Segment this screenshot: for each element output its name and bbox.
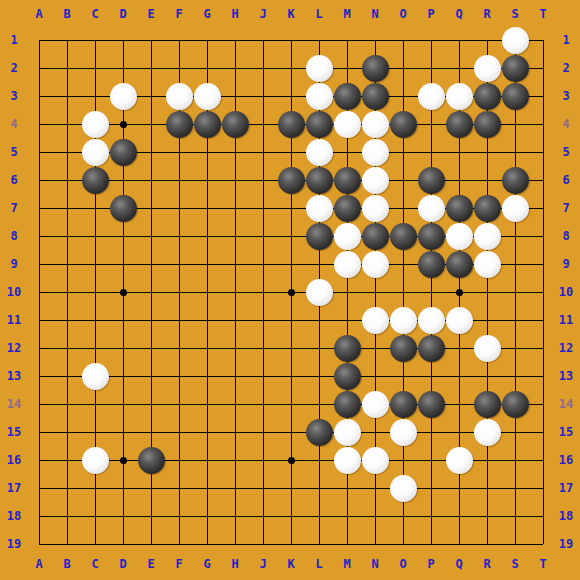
intersection-L7[interactable] bbox=[305, 194, 333, 222]
intersection-E16[interactable] bbox=[137, 446, 165, 474]
intersection-G15[interactable] bbox=[193, 418, 221, 446]
intersection-C3[interactable] bbox=[81, 82, 109, 110]
intersection-C7[interactable] bbox=[81, 194, 109, 222]
intersection-L18[interactable] bbox=[305, 502, 333, 530]
intersection-A10[interactable] bbox=[25, 278, 53, 306]
intersection-P7[interactable] bbox=[417, 194, 445, 222]
intersection-Q8[interactable] bbox=[445, 222, 473, 250]
intersection-H8[interactable] bbox=[221, 222, 249, 250]
intersection-P4[interactable] bbox=[417, 110, 445, 138]
intersection-K10[interactable] bbox=[277, 278, 305, 306]
intersection-M18[interactable] bbox=[333, 502, 361, 530]
intersection-F12[interactable] bbox=[165, 334, 193, 362]
intersection-S13[interactable] bbox=[501, 362, 529, 390]
intersection-B3[interactable] bbox=[53, 82, 81, 110]
intersection-B2[interactable] bbox=[53, 54, 81, 82]
intersection-H16[interactable] bbox=[221, 446, 249, 474]
intersection-R12[interactable] bbox=[473, 334, 501, 362]
intersection-M6[interactable] bbox=[333, 166, 361, 194]
intersection-Q7[interactable] bbox=[445, 194, 473, 222]
intersection-P19[interactable] bbox=[417, 530, 445, 558]
intersection-R4[interactable] bbox=[473, 110, 501, 138]
intersection-B6[interactable] bbox=[53, 166, 81, 194]
intersection-E13[interactable] bbox=[137, 362, 165, 390]
intersection-F1[interactable] bbox=[165, 26, 193, 54]
intersection-P8[interactable] bbox=[417, 222, 445, 250]
intersection-M5[interactable] bbox=[333, 138, 361, 166]
intersection-B7[interactable] bbox=[53, 194, 81, 222]
intersection-S14[interactable] bbox=[501, 390, 529, 418]
intersection-P16[interactable] bbox=[417, 446, 445, 474]
intersection-M16[interactable] bbox=[333, 446, 361, 474]
intersection-G1[interactable] bbox=[193, 26, 221, 54]
intersection-B12[interactable] bbox=[53, 334, 81, 362]
intersection-R9[interactable] bbox=[473, 250, 501, 278]
intersection-J8[interactable] bbox=[249, 222, 277, 250]
intersection-Q10[interactable] bbox=[445, 278, 473, 306]
intersection-H3[interactable] bbox=[221, 82, 249, 110]
intersection-E10[interactable] bbox=[137, 278, 165, 306]
intersection-T4[interactable] bbox=[529, 110, 557, 138]
intersection-K2[interactable] bbox=[277, 54, 305, 82]
intersection-A14[interactable] bbox=[25, 390, 53, 418]
intersection-L5[interactable] bbox=[305, 138, 333, 166]
intersection-K13[interactable] bbox=[277, 362, 305, 390]
intersection-E19[interactable] bbox=[137, 530, 165, 558]
intersection-A7[interactable] bbox=[25, 194, 53, 222]
intersection-N13[interactable] bbox=[361, 362, 389, 390]
intersection-N10[interactable] bbox=[361, 278, 389, 306]
intersection-Q6[interactable] bbox=[445, 166, 473, 194]
intersection-N1[interactable] bbox=[361, 26, 389, 54]
intersection-L10[interactable] bbox=[305, 278, 333, 306]
intersection-B16[interactable] bbox=[53, 446, 81, 474]
intersection-E6[interactable] bbox=[137, 166, 165, 194]
intersection-G10[interactable] bbox=[193, 278, 221, 306]
intersection-T8[interactable] bbox=[529, 222, 557, 250]
intersection-O2[interactable] bbox=[389, 54, 417, 82]
intersection-H14[interactable] bbox=[221, 390, 249, 418]
intersection-P10[interactable] bbox=[417, 278, 445, 306]
intersection-O8[interactable] bbox=[389, 222, 417, 250]
intersection-B10[interactable] bbox=[53, 278, 81, 306]
intersection-N11[interactable] bbox=[361, 306, 389, 334]
intersection-R13[interactable] bbox=[473, 362, 501, 390]
intersection-T12[interactable] bbox=[529, 334, 557, 362]
intersection-L9[interactable] bbox=[305, 250, 333, 278]
intersection-O5[interactable] bbox=[389, 138, 417, 166]
intersection-P14[interactable] bbox=[417, 390, 445, 418]
intersection-D11[interactable] bbox=[109, 306, 137, 334]
intersection-J2[interactable] bbox=[249, 54, 277, 82]
intersection-B17[interactable] bbox=[53, 474, 81, 502]
intersection-O11[interactable] bbox=[389, 306, 417, 334]
intersection-S18[interactable] bbox=[501, 502, 529, 530]
intersection-N9[interactable] bbox=[361, 250, 389, 278]
intersection-T13[interactable] bbox=[529, 362, 557, 390]
intersection-O4[interactable] bbox=[389, 110, 417, 138]
intersection-M15[interactable] bbox=[333, 418, 361, 446]
intersection-A13[interactable] bbox=[25, 362, 53, 390]
intersection-F6[interactable] bbox=[165, 166, 193, 194]
intersection-J16[interactable] bbox=[249, 446, 277, 474]
intersection-N19[interactable] bbox=[361, 530, 389, 558]
intersection-E15[interactable] bbox=[137, 418, 165, 446]
intersection-E1[interactable] bbox=[137, 26, 165, 54]
intersection-F3[interactable] bbox=[165, 82, 193, 110]
intersection-F2[interactable] bbox=[165, 54, 193, 82]
intersection-Q17[interactable] bbox=[445, 474, 473, 502]
intersection-T15[interactable] bbox=[529, 418, 557, 446]
intersection-R15[interactable] bbox=[473, 418, 501, 446]
intersection-M14[interactable] bbox=[333, 390, 361, 418]
intersection-J10[interactable] bbox=[249, 278, 277, 306]
intersection-G11[interactable] bbox=[193, 306, 221, 334]
intersection-J3[interactable] bbox=[249, 82, 277, 110]
intersection-J11[interactable] bbox=[249, 306, 277, 334]
intersection-L3[interactable] bbox=[305, 82, 333, 110]
intersection-F14[interactable] bbox=[165, 390, 193, 418]
intersection-R7[interactable] bbox=[473, 194, 501, 222]
intersection-G12[interactable] bbox=[193, 334, 221, 362]
intersection-J15[interactable] bbox=[249, 418, 277, 446]
intersection-P2[interactable] bbox=[417, 54, 445, 82]
intersection-S10[interactable] bbox=[501, 278, 529, 306]
intersection-P15[interactable] bbox=[417, 418, 445, 446]
intersection-L12[interactable] bbox=[305, 334, 333, 362]
intersection-A8[interactable] bbox=[25, 222, 53, 250]
intersection-H9[interactable] bbox=[221, 250, 249, 278]
intersection-Q15[interactable] bbox=[445, 418, 473, 446]
intersection-T9[interactable] bbox=[529, 250, 557, 278]
intersection-T14[interactable] bbox=[529, 390, 557, 418]
intersection-E17[interactable] bbox=[137, 474, 165, 502]
intersection-J19[interactable] bbox=[249, 530, 277, 558]
intersection-E7[interactable] bbox=[137, 194, 165, 222]
intersection-C9[interactable] bbox=[81, 250, 109, 278]
intersection-S15[interactable] bbox=[501, 418, 529, 446]
intersection-P17[interactable] bbox=[417, 474, 445, 502]
intersection-R2[interactable] bbox=[473, 54, 501, 82]
intersection-Q4[interactable] bbox=[445, 110, 473, 138]
intersection-R16[interactable] bbox=[473, 446, 501, 474]
intersection-G18[interactable] bbox=[193, 502, 221, 530]
intersection-Q1[interactable] bbox=[445, 26, 473, 54]
intersection-K15[interactable] bbox=[277, 418, 305, 446]
intersection-S2[interactable] bbox=[501, 54, 529, 82]
intersection-N16[interactable] bbox=[361, 446, 389, 474]
intersection-K7[interactable] bbox=[277, 194, 305, 222]
intersection-R11[interactable] bbox=[473, 306, 501, 334]
intersection-G16[interactable] bbox=[193, 446, 221, 474]
intersection-F10[interactable] bbox=[165, 278, 193, 306]
intersection-H6[interactable] bbox=[221, 166, 249, 194]
intersection-O15[interactable] bbox=[389, 418, 417, 446]
intersection-H13[interactable] bbox=[221, 362, 249, 390]
intersection-O6[interactable] bbox=[389, 166, 417, 194]
intersection-A11[interactable] bbox=[25, 306, 53, 334]
intersection-N17[interactable] bbox=[361, 474, 389, 502]
intersection-G19[interactable] bbox=[193, 530, 221, 558]
intersection-D2[interactable] bbox=[109, 54, 137, 82]
intersection-D9[interactable] bbox=[109, 250, 137, 278]
intersection-T11[interactable] bbox=[529, 306, 557, 334]
intersection-N3[interactable] bbox=[361, 82, 389, 110]
intersection-E8[interactable] bbox=[137, 222, 165, 250]
intersection-D10[interactable] bbox=[109, 278, 137, 306]
intersection-K18[interactable] bbox=[277, 502, 305, 530]
intersection-H10[interactable] bbox=[221, 278, 249, 306]
intersection-G4[interactable] bbox=[193, 110, 221, 138]
intersection-O12[interactable] bbox=[389, 334, 417, 362]
intersection-E2[interactable] bbox=[137, 54, 165, 82]
intersection-O10[interactable] bbox=[389, 278, 417, 306]
intersection-K3[interactable] bbox=[277, 82, 305, 110]
intersection-N14[interactable] bbox=[361, 390, 389, 418]
intersection-L13[interactable] bbox=[305, 362, 333, 390]
intersection-H17[interactable] bbox=[221, 474, 249, 502]
intersection-K6[interactable] bbox=[277, 166, 305, 194]
intersection-L6[interactable] bbox=[305, 166, 333, 194]
intersection-E4[interactable] bbox=[137, 110, 165, 138]
intersection-T16[interactable] bbox=[529, 446, 557, 474]
intersection-H15[interactable] bbox=[221, 418, 249, 446]
intersection-C1[interactable] bbox=[81, 26, 109, 54]
intersection-C2[interactable] bbox=[81, 54, 109, 82]
intersection-C4[interactable] bbox=[81, 110, 109, 138]
intersection-K12[interactable] bbox=[277, 334, 305, 362]
intersection-G13[interactable] bbox=[193, 362, 221, 390]
intersection-S17[interactable] bbox=[501, 474, 529, 502]
intersection-R1[interactable] bbox=[473, 26, 501, 54]
intersection-F5[interactable] bbox=[165, 138, 193, 166]
intersection-S19[interactable] bbox=[501, 530, 529, 558]
intersection-R14[interactable] bbox=[473, 390, 501, 418]
intersection-S4[interactable] bbox=[501, 110, 529, 138]
intersection-P6[interactable] bbox=[417, 166, 445, 194]
intersection-O16[interactable] bbox=[389, 446, 417, 474]
intersection-E3[interactable] bbox=[137, 82, 165, 110]
intersection-B15[interactable] bbox=[53, 418, 81, 446]
intersection-B8[interactable] bbox=[53, 222, 81, 250]
intersection-R10[interactable] bbox=[473, 278, 501, 306]
intersection-F4[interactable] bbox=[165, 110, 193, 138]
intersection-T1[interactable] bbox=[529, 26, 557, 54]
intersection-G7[interactable] bbox=[193, 194, 221, 222]
intersection-A3[interactable] bbox=[25, 82, 53, 110]
intersection-H19[interactable] bbox=[221, 530, 249, 558]
intersection-R19[interactable] bbox=[473, 530, 501, 558]
intersection-S6[interactable] bbox=[501, 166, 529, 194]
intersection-C12[interactable] bbox=[81, 334, 109, 362]
intersection-C16[interactable] bbox=[81, 446, 109, 474]
intersection-D15[interactable] bbox=[109, 418, 137, 446]
intersection-A2[interactable] bbox=[25, 54, 53, 82]
intersection-P5[interactable] bbox=[417, 138, 445, 166]
intersection-S5[interactable] bbox=[501, 138, 529, 166]
intersection-N6[interactable] bbox=[361, 166, 389, 194]
intersection-G14[interactable] bbox=[193, 390, 221, 418]
intersection-Q18[interactable] bbox=[445, 502, 473, 530]
intersection-F7[interactable] bbox=[165, 194, 193, 222]
intersection-F16[interactable] bbox=[165, 446, 193, 474]
intersection-D1[interactable] bbox=[109, 26, 137, 54]
intersection-L15[interactable] bbox=[305, 418, 333, 446]
intersection-K4[interactable] bbox=[277, 110, 305, 138]
intersection-A1[interactable] bbox=[25, 26, 53, 54]
intersection-B9[interactable] bbox=[53, 250, 81, 278]
intersection-D5[interactable] bbox=[109, 138, 137, 166]
intersection-D4[interactable] bbox=[109, 110, 137, 138]
intersection-L19[interactable] bbox=[305, 530, 333, 558]
intersection-D17[interactable] bbox=[109, 474, 137, 502]
intersection-M1[interactable] bbox=[333, 26, 361, 54]
intersection-K16[interactable] bbox=[277, 446, 305, 474]
intersection-A15[interactable] bbox=[25, 418, 53, 446]
intersection-M4[interactable] bbox=[333, 110, 361, 138]
intersection-F19[interactable] bbox=[165, 530, 193, 558]
intersection-P9[interactable] bbox=[417, 250, 445, 278]
intersection-S11[interactable] bbox=[501, 306, 529, 334]
intersection-N7[interactable] bbox=[361, 194, 389, 222]
intersection-C15[interactable] bbox=[81, 418, 109, 446]
intersection-M10[interactable] bbox=[333, 278, 361, 306]
intersection-M9[interactable] bbox=[333, 250, 361, 278]
intersection-L14[interactable] bbox=[305, 390, 333, 418]
intersection-C14[interactable] bbox=[81, 390, 109, 418]
intersection-J18[interactable] bbox=[249, 502, 277, 530]
intersection-L17[interactable] bbox=[305, 474, 333, 502]
intersection-C10[interactable] bbox=[81, 278, 109, 306]
intersection-A5[interactable] bbox=[25, 138, 53, 166]
intersection-S9[interactable] bbox=[501, 250, 529, 278]
intersection-O14[interactable] bbox=[389, 390, 417, 418]
intersection-A9[interactable] bbox=[25, 250, 53, 278]
intersection-H4[interactable] bbox=[221, 110, 249, 138]
intersection-T5[interactable] bbox=[529, 138, 557, 166]
intersection-B13[interactable] bbox=[53, 362, 81, 390]
intersection-H11[interactable] bbox=[221, 306, 249, 334]
intersection-P18[interactable] bbox=[417, 502, 445, 530]
intersection-H7[interactable] bbox=[221, 194, 249, 222]
intersection-K5[interactable] bbox=[277, 138, 305, 166]
intersection-G3[interactable] bbox=[193, 82, 221, 110]
intersection-N18[interactable] bbox=[361, 502, 389, 530]
intersection-R17[interactable] bbox=[473, 474, 501, 502]
intersection-D16[interactable] bbox=[109, 446, 137, 474]
intersection-J14[interactable] bbox=[249, 390, 277, 418]
intersection-D3[interactable] bbox=[109, 82, 137, 110]
intersection-L4[interactable] bbox=[305, 110, 333, 138]
intersection-A12[interactable] bbox=[25, 334, 53, 362]
intersection-Q2[interactable] bbox=[445, 54, 473, 82]
intersection-K8[interactable] bbox=[277, 222, 305, 250]
intersection-N5[interactable] bbox=[361, 138, 389, 166]
intersection-H18[interactable] bbox=[221, 502, 249, 530]
intersection-E5[interactable] bbox=[137, 138, 165, 166]
intersection-E14[interactable] bbox=[137, 390, 165, 418]
intersection-G9[interactable] bbox=[193, 250, 221, 278]
intersection-A17[interactable] bbox=[25, 474, 53, 502]
intersection-G17[interactable] bbox=[193, 474, 221, 502]
intersection-O9[interactable] bbox=[389, 250, 417, 278]
intersection-C13[interactable] bbox=[81, 362, 109, 390]
intersection-N15[interactable] bbox=[361, 418, 389, 446]
intersection-Q12[interactable] bbox=[445, 334, 473, 362]
intersection-J13[interactable] bbox=[249, 362, 277, 390]
intersection-S1[interactable] bbox=[501, 26, 529, 54]
intersection-J6[interactable] bbox=[249, 166, 277, 194]
intersection-T2[interactable] bbox=[529, 54, 557, 82]
intersection-N12[interactable] bbox=[361, 334, 389, 362]
intersection-T7[interactable] bbox=[529, 194, 557, 222]
intersection-L1[interactable] bbox=[305, 26, 333, 54]
intersection-O19[interactable] bbox=[389, 530, 417, 558]
intersection-D18[interactable] bbox=[109, 502, 137, 530]
intersection-J5[interactable] bbox=[249, 138, 277, 166]
intersection-D7[interactable] bbox=[109, 194, 137, 222]
intersection-N2[interactable] bbox=[361, 54, 389, 82]
intersection-G2[interactable] bbox=[193, 54, 221, 82]
intersection-P11[interactable] bbox=[417, 306, 445, 334]
intersection-R5[interactable] bbox=[473, 138, 501, 166]
intersection-T6[interactable] bbox=[529, 166, 557, 194]
intersection-F17[interactable] bbox=[165, 474, 193, 502]
intersection-Q14[interactable] bbox=[445, 390, 473, 418]
intersection-L16[interactable] bbox=[305, 446, 333, 474]
intersection-G5[interactable] bbox=[193, 138, 221, 166]
intersection-B19[interactable] bbox=[53, 530, 81, 558]
intersection-B4[interactable] bbox=[53, 110, 81, 138]
intersection-M2[interactable] bbox=[333, 54, 361, 82]
intersection-M3[interactable] bbox=[333, 82, 361, 110]
intersection-A19[interactable] bbox=[25, 530, 53, 558]
intersection-D19[interactable] bbox=[109, 530, 137, 558]
intersection-C19[interactable] bbox=[81, 530, 109, 558]
intersection-F15[interactable] bbox=[165, 418, 193, 446]
intersection-J7[interactable] bbox=[249, 194, 277, 222]
intersection-T10[interactable] bbox=[529, 278, 557, 306]
intersection-A4[interactable] bbox=[25, 110, 53, 138]
intersection-L2[interactable] bbox=[305, 54, 333, 82]
intersection-M12[interactable] bbox=[333, 334, 361, 362]
intersection-D13[interactable] bbox=[109, 362, 137, 390]
intersection-E9[interactable] bbox=[137, 250, 165, 278]
intersection-M13[interactable] bbox=[333, 362, 361, 390]
intersection-Q11[interactable] bbox=[445, 306, 473, 334]
intersection-R3[interactable] bbox=[473, 82, 501, 110]
intersection-R6[interactable] bbox=[473, 166, 501, 194]
intersection-S3[interactable] bbox=[501, 82, 529, 110]
intersection-C5[interactable] bbox=[81, 138, 109, 166]
intersection-B14[interactable] bbox=[53, 390, 81, 418]
intersection-D14[interactable] bbox=[109, 390, 137, 418]
intersection-Q5[interactable] bbox=[445, 138, 473, 166]
intersection-T3[interactable] bbox=[529, 82, 557, 110]
intersection-F13[interactable] bbox=[165, 362, 193, 390]
intersection-B1[interactable] bbox=[53, 26, 81, 54]
intersection-S16[interactable] bbox=[501, 446, 529, 474]
intersection-C18[interactable] bbox=[81, 502, 109, 530]
intersection-H2[interactable] bbox=[221, 54, 249, 82]
intersection-P12[interactable] bbox=[417, 334, 445, 362]
intersection-T19[interactable] bbox=[529, 530, 557, 558]
intersection-P3[interactable] bbox=[417, 82, 445, 110]
intersection-M19[interactable] bbox=[333, 530, 361, 558]
intersection-S12[interactable] bbox=[501, 334, 529, 362]
intersection-B18[interactable] bbox=[53, 502, 81, 530]
intersection-O3[interactable] bbox=[389, 82, 417, 110]
